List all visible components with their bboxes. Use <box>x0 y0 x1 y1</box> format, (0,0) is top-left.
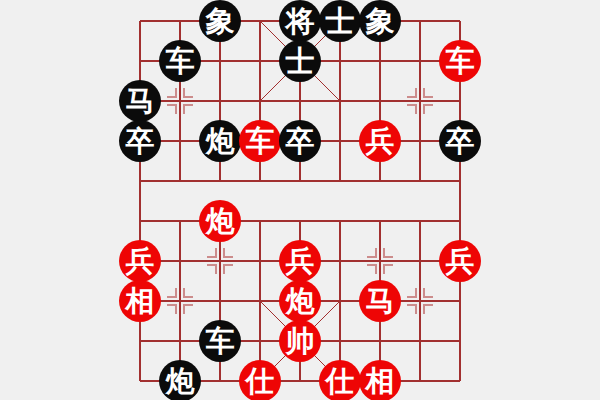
black-cannon[interactable]: 炮 <box>159 360 201 400</box>
pieces-layer: 象将士象车士车马卒炮车卒兵卒炮兵兵兵相炮马车帅炮仕仕相 <box>0 0 600 400</box>
red-horse[interactable]: 马 <box>359 280 401 322</box>
black-elephant[interactable]: 象 <box>199 0 241 42</box>
red-elephant[interactable]: 相 <box>119 280 161 322</box>
black-general[interactable]: 将 <box>279 0 321 42</box>
black-horse[interactable]: 马 <box>119 80 161 122</box>
black-soldier[interactable]: 卒 <box>119 120 161 162</box>
black-advisor[interactable]: 士 <box>279 40 321 82</box>
red-cannon[interactable]: 炮 <box>199 200 241 242</box>
black-chariot[interactable]: 车 <box>199 320 241 362</box>
black-soldier[interactable]: 卒 <box>279 120 321 162</box>
red-cannon[interactable]: 炮 <box>279 280 321 322</box>
red-soldier[interactable]: 兵 <box>119 240 161 282</box>
red-soldier[interactable]: 兵 <box>279 240 321 282</box>
black-cannon[interactable]: 炮 <box>199 120 241 162</box>
xiangqi-app: 象将士象车士车马卒炮车卒兵卒炮兵兵兵相炮马车帅炮仕仕相 <box>0 0 600 400</box>
red-advisor[interactable]: 仕 <box>319 360 361 400</box>
black-advisor[interactable]: 士 <box>319 0 361 42</box>
red-advisor[interactable]: 仕 <box>239 360 281 400</box>
red-soldier[interactable]: 兵 <box>439 240 481 282</box>
black-soldier[interactable]: 卒 <box>439 120 481 162</box>
red-soldier[interactable]: 兵 <box>359 120 401 162</box>
red-chariot[interactable]: 车 <box>439 40 481 82</box>
black-elephant[interactable]: 象 <box>359 0 401 42</box>
black-chariot[interactable]: 车 <box>159 40 201 82</box>
red-chariot[interactable]: 车 <box>239 120 281 162</box>
red-general[interactable]: 帅 <box>279 320 321 362</box>
red-elephant[interactable]: 相 <box>359 360 401 400</box>
